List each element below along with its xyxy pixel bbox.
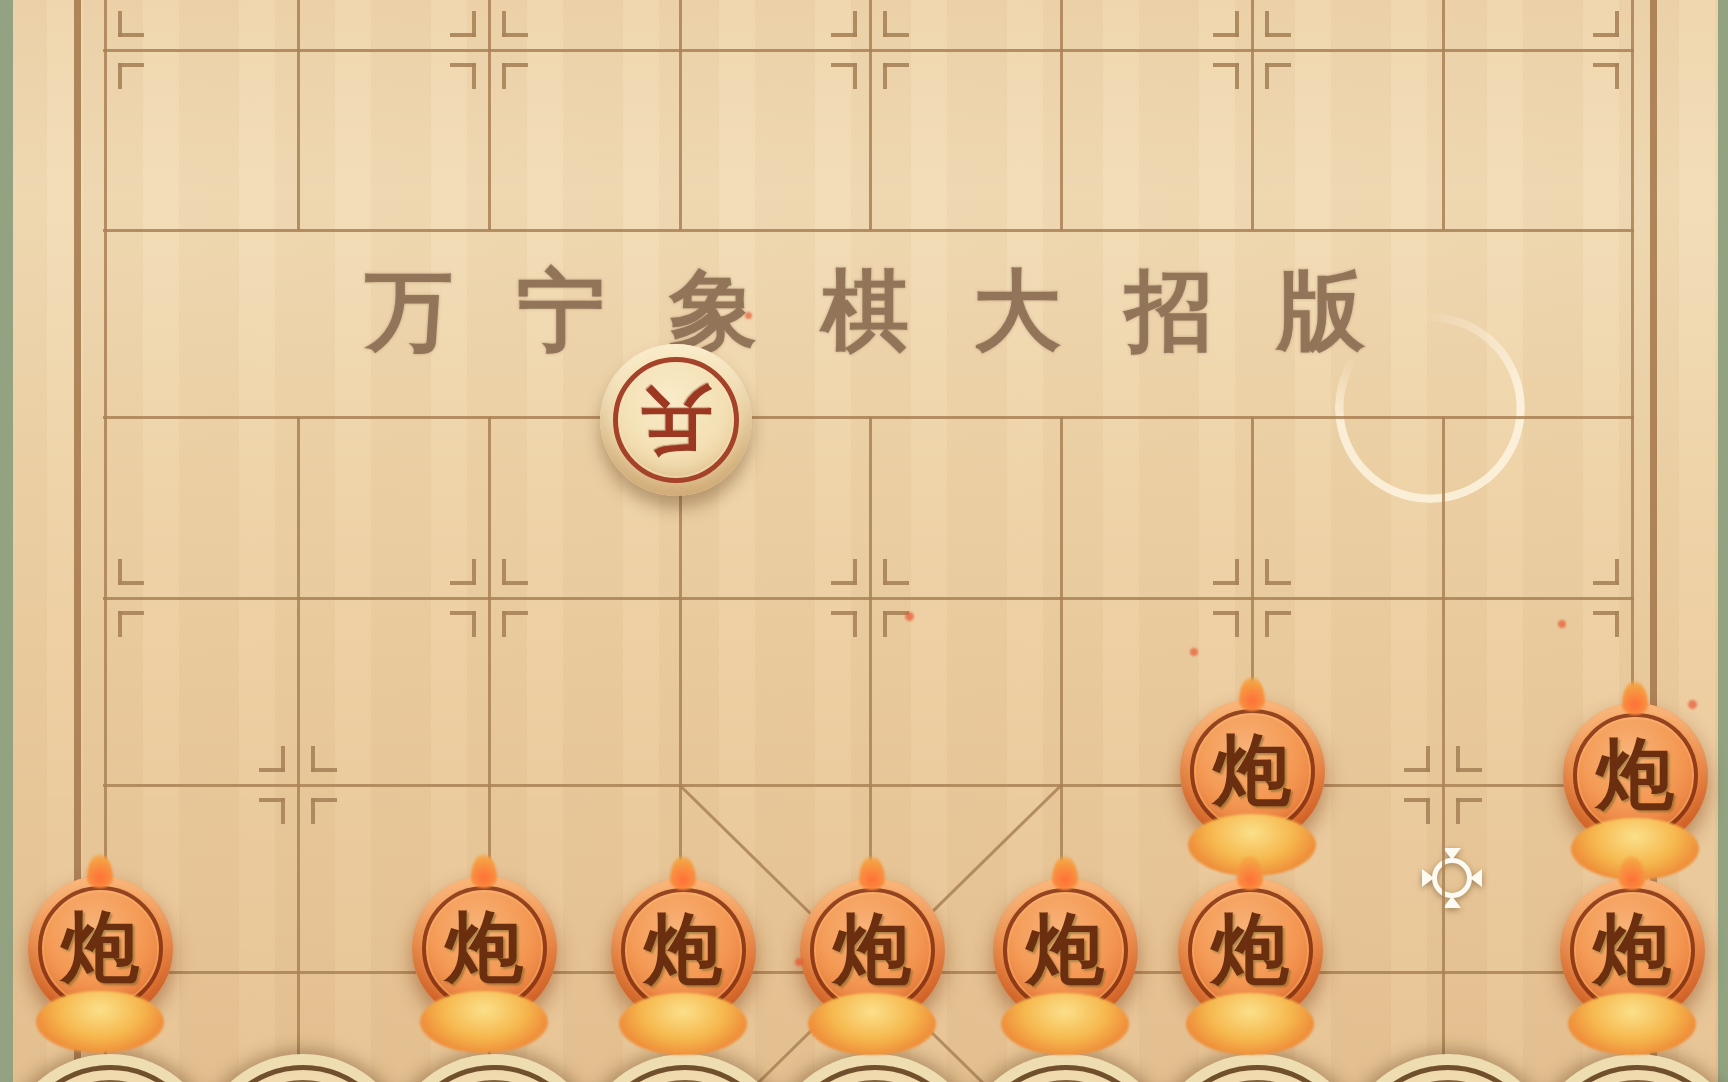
piece-cannon-fire[interactable]: 炮 [412, 876, 557, 1021]
flame-base [1568, 993, 1696, 1055]
flame-base [808, 993, 936, 1055]
point-marker [1615, 611, 1619, 637]
point-marker [853, 611, 857, 637]
point-marker [281, 746, 285, 772]
grid-col-line [488, 0, 491, 230]
grid-col-line [297, 0, 300, 230]
point-marker [472, 63, 476, 89]
flame-base [36, 991, 164, 1053]
piece-cannon-fire[interactable]: 炮 [993, 878, 1138, 1023]
point-marker [1265, 611, 1269, 637]
point-marker [1456, 746, 1460, 772]
point-marker [118, 559, 122, 585]
crosshair-arrow-bottom [1443, 896, 1461, 908]
flame-base [420, 991, 548, 1053]
crosshair-arrow-left [1422, 869, 1434, 887]
point-marker [502, 559, 506, 585]
piece-character: 炮 [833, 911, 911, 989]
flame-base [1001, 993, 1129, 1055]
piece-cannon-fire[interactable]: 炮 [1560, 878, 1705, 1023]
piece-cannon-fire[interactable]: 炮 [800, 878, 945, 1023]
point-marker [853, 559, 857, 585]
piece-character: 炮 [61, 909, 139, 987]
point-marker [502, 63, 506, 89]
grid-col-line [1060, 0, 1063, 230]
grid-col-line [1251, 0, 1254, 230]
point-marker [1615, 63, 1619, 89]
grid-col-line [1442, 0, 1445, 230]
piece-character: 炮 [1596, 736, 1674, 814]
point-marker [1615, 11, 1619, 37]
point-marker [1265, 63, 1269, 89]
piece-character: 炮 [1026, 911, 1104, 989]
point-marker [1456, 798, 1460, 824]
piece-character: 兵 [640, 384, 712, 456]
crosshair-ring [1432, 858, 1472, 898]
piece-character: 炮 [445, 909, 523, 987]
fire-speck [1688, 700, 1697, 709]
crosshair-cursor-icon [1424, 850, 1480, 906]
point-marker [883, 63, 887, 89]
point-marker [1235, 11, 1239, 37]
grid-col-line [679, 0, 682, 230]
fire-speck [1190, 648, 1198, 656]
point-marker [118, 11, 122, 37]
piece-cannon-fire[interactable]: 炮 [28, 876, 173, 1021]
piece-character: 炮 [1593, 911, 1671, 989]
flame-base [619, 993, 747, 1055]
watermark-title: 万宁象棋大招版 [365, 252, 1429, 371]
crosshair-arrow-right [1470, 869, 1482, 887]
point-marker [1235, 611, 1239, 637]
grid-col-line [869, 0, 872, 230]
point-marker [1235, 63, 1239, 89]
point-marker [311, 746, 315, 772]
crosshair-arrow-top [1443, 848, 1461, 860]
grid-col-line [1442, 417, 1445, 1082]
point-marker [1265, 559, 1269, 585]
point-marker [281, 798, 285, 824]
point-marker [853, 63, 857, 89]
piece-character: 炮 [1211, 911, 1289, 989]
point-marker [883, 11, 887, 37]
grid-col-line [297, 417, 300, 1082]
point-marker [472, 559, 476, 585]
point-marker [1235, 559, 1239, 585]
point-marker [853, 11, 857, 37]
piece-cannon-fire[interactable]: 炮 [1180, 699, 1325, 844]
fire-speck [795, 958, 803, 966]
point-marker [502, 11, 506, 37]
point-marker [118, 611, 122, 637]
piece-cannon-fire[interactable]: 炮 [611, 878, 756, 1023]
fire-speck [745, 312, 752, 319]
point-marker [1615, 559, 1619, 585]
game-stage: 万宁象棋大招版 兵炮炮炮炮炮炮炮炮炮 [0, 0, 1728, 1082]
point-marker [118, 63, 122, 89]
point-marker [472, 611, 476, 637]
point-marker [472, 11, 476, 37]
point-marker [883, 559, 887, 585]
point-marker [1426, 798, 1430, 824]
point-marker [1265, 11, 1269, 37]
point-marker [883, 611, 887, 637]
point-marker [311, 798, 315, 824]
fire-speck [1558, 620, 1566, 628]
piece-soldier-red[interactable]: 兵 [600, 344, 752, 496]
flame-base [1186, 993, 1314, 1055]
piece-cannon-fire[interactable]: 炮 [1563, 703, 1708, 848]
piece-character: 炮 [1213, 732, 1291, 810]
piece-cannon-fire[interactable]: 炮 [1178, 878, 1323, 1023]
fire-speck [905, 612, 914, 621]
piece-character: 炮 [644, 911, 722, 989]
point-marker [1426, 746, 1430, 772]
loading-spinner-ring [1335, 313, 1525, 503]
point-marker [502, 611, 506, 637]
